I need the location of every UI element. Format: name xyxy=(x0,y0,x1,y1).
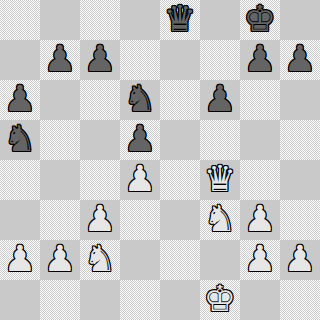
square-b2[interactable]: ♟ xyxy=(40,240,80,280)
black-pawn[interactable]: ♟ xyxy=(284,40,316,79)
square-a6[interactable]: ♟ xyxy=(0,80,40,120)
square-h2[interactable]: ♟ xyxy=(280,240,320,280)
black-pawn[interactable]: ♟ xyxy=(124,120,156,159)
square-g2[interactable]: ♟ xyxy=(240,240,280,280)
square-g3[interactable]: ♟ xyxy=(240,200,280,240)
square-c7[interactable]: ♟ xyxy=(80,40,120,80)
black-pawn[interactable]: ♟ xyxy=(4,80,36,119)
square-e3[interactable] xyxy=(160,200,200,240)
square-g5[interactable] xyxy=(240,120,280,160)
square-d7[interactable] xyxy=(120,40,160,80)
square-c4[interactable] xyxy=(80,160,120,200)
square-c3[interactable]: ♟ xyxy=(80,200,120,240)
square-b1[interactable] xyxy=(40,280,80,320)
white-knight[interactable]: ♞ xyxy=(204,200,236,239)
square-d5[interactable]: ♟ xyxy=(120,120,160,160)
white-pawn[interactable]: ♟ xyxy=(4,240,36,279)
square-a3[interactable] xyxy=(0,200,40,240)
white-pawn[interactable]: ♟ xyxy=(244,200,276,239)
square-h7[interactable]: ♟ xyxy=(280,40,320,80)
square-g6[interactable] xyxy=(240,80,280,120)
square-f1[interactable]: ♚ xyxy=(200,280,240,320)
square-b5[interactable] xyxy=(40,120,80,160)
square-b6[interactable] xyxy=(40,80,80,120)
square-e6[interactable] xyxy=(160,80,200,120)
white-king[interactable]: ♚ xyxy=(204,280,236,319)
square-h5[interactable] xyxy=(280,120,320,160)
square-d8[interactable] xyxy=(120,0,160,40)
square-c2[interactable]: ♞ xyxy=(80,240,120,280)
square-c1[interactable] xyxy=(80,280,120,320)
white-pawn[interactable]: ♟ xyxy=(284,240,316,279)
square-e5[interactable] xyxy=(160,120,200,160)
square-c5[interactable] xyxy=(80,120,120,160)
square-c8[interactable] xyxy=(80,0,120,40)
square-e7[interactable] xyxy=(160,40,200,80)
square-g8[interactable]: ♚ xyxy=(240,0,280,40)
square-e4[interactable] xyxy=(160,160,200,200)
square-f3[interactable]: ♞ xyxy=(200,200,240,240)
square-e8[interactable]: ♛ xyxy=(160,0,200,40)
square-b7[interactable]: ♟ xyxy=(40,40,80,80)
black-queen[interactable]: ♛ xyxy=(164,0,196,39)
square-b3[interactable] xyxy=(40,200,80,240)
square-f8[interactable] xyxy=(200,0,240,40)
square-a1[interactable] xyxy=(0,280,40,320)
white-pawn[interactable]: ♟ xyxy=(84,200,116,239)
square-a8[interactable] xyxy=(0,0,40,40)
black-pawn[interactable]: ♟ xyxy=(204,80,236,119)
square-d4[interactable]: ♟ xyxy=(120,160,160,200)
square-a5[interactable]: ♞ xyxy=(0,120,40,160)
square-d1[interactable] xyxy=(120,280,160,320)
square-e2[interactable] xyxy=(160,240,200,280)
white-queen[interactable]: ♛ xyxy=(204,160,236,199)
square-d3[interactable] xyxy=(120,200,160,240)
square-e1[interactable] xyxy=(160,280,200,320)
black-pawn[interactable]: ♟ xyxy=(84,40,116,79)
square-a2[interactable]: ♟ xyxy=(0,240,40,280)
square-f4[interactable]: ♛ xyxy=(200,160,240,200)
white-pawn[interactable]: ♟ xyxy=(124,160,156,199)
chess-board: ♛♚♟♟♟♟♟♞♟♞♟♟♛♟♞♟♟♟♞♟♟♚ xyxy=(0,0,320,320)
square-f2[interactable] xyxy=(200,240,240,280)
square-b4[interactable] xyxy=(40,160,80,200)
square-f6[interactable]: ♟ xyxy=(200,80,240,120)
black-pawn[interactable]: ♟ xyxy=(244,40,276,79)
black-pawn[interactable]: ♟ xyxy=(44,40,76,79)
square-h4[interactable] xyxy=(280,160,320,200)
square-h6[interactable] xyxy=(280,80,320,120)
square-g4[interactable] xyxy=(240,160,280,200)
square-b8[interactable] xyxy=(40,0,80,40)
square-h1[interactable] xyxy=(280,280,320,320)
square-g1[interactable] xyxy=(240,280,280,320)
black-knight[interactable]: ♞ xyxy=(4,120,36,159)
square-d2[interactable] xyxy=(120,240,160,280)
square-g7[interactable]: ♟ xyxy=(240,40,280,80)
square-a4[interactable] xyxy=(0,160,40,200)
square-a7[interactable] xyxy=(0,40,40,80)
black-knight[interactable]: ♞ xyxy=(124,80,156,119)
square-f7[interactable] xyxy=(200,40,240,80)
white-pawn[interactable]: ♟ xyxy=(244,240,276,279)
black-king[interactable]: ♚ xyxy=(244,0,276,39)
square-d6[interactable]: ♞ xyxy=(120,80,160,120)
white-pawn[interactable]: ♟ xyxy=(44,240,76,279)
square-c6[interactable] xyxy=(80,80,120,120)
square-h8[interactable] xyxy=(280,0,320,40)
square-f5[interactable] xyxy=(200,120,240,160)
square-h3[interactable] xyxy=(280,200,320,240)
white-knight[interactable]: ♞ xyxy=(84,240,116,279)
